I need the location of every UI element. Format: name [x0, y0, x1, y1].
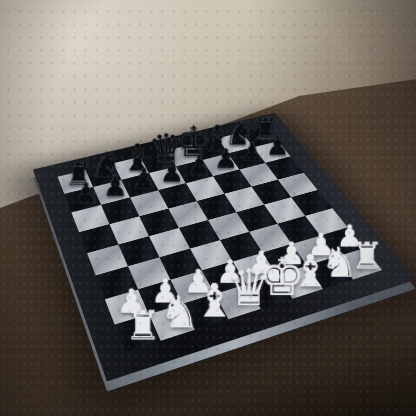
piece-black-pawn[interactable]: ♟ [264, 133, 292, 159]
piece-black-pawn[interactable]: ♟ [238, 140, 266, 167]
piece-black-pawn[interactable]: ♟ [100, 173, 130, 201]
photo-scene: ♜♞♝♛♚♝♞♜♟♟♟♟♟♟♟♟♟♟♟♟♟♟♟♟♜♞♝♛♚♝♞♜ [0, 0, 416, 416]
piece-black-pawn[interactable]: ♟ [212, 146, 241, 173]
chess-board-wrap: ♜♞♝♛♚♝♞♜♟♟♟♟♟♟♟♟♟♟♟♟♟♟♟♟♜♞♝♛♚♝♞♜ [33, 113, 416, 382]
piece-black-pawn[interactable]: ♟ [157, 159, 186, 186]
piece-black-pawn[interactable]: ♟ [71, 180, 101, 208]
piece-black-pawn[interactable]: ♟ [185, 153, 214, 180]
piece-white-knight[interactable]: ♞ [159, 290, 196, 335]
board-stage: ♜♞♝♛♚♝♞♜♟♟♟♟♟♟♟♟♟♟♟♟♟♟♟♟♜♞♝♛♚♝♞♜ [0, 0, 416, 416]
piece-black-pawn[interactable]: ♟ [129, 166, 159, 194]
piece-white-rook[interactable]: ♜ [124, 305, 161, 346]
